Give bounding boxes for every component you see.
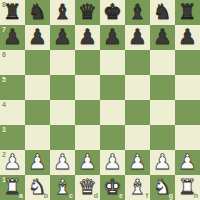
square-g2[interactable]: ♟ (150, 150, 175, 175)
square-a7[interactable]: 7♟ (0, 25, 25, 50)
square-h6[interactable] (175, 50, 200, 75)
square-d6[interactable] (75, 50, 100, 75)
square-a6[interactable]: 6 (0, 50, 25, 75)
square-a1[interactable]: 1a♜ (0, 175, 25, 200)
square-a5[interactable]: 5 (0, 75, 25, 100)
square-f6[interactable] (125, 50, 150, 75)
black-bishop[interactable]: ♝ (50, 0, 75, 25)
white-pawn[interactable]: ♟ (75, 150, 100, 175)
black-pawn[interactable]: ♟ (75, 25, 100, 50)
square-a2[interactable]: 2♟ (0, 150, 25, 175)
square-g5[interactable] (150, 75, 175, 100)
square-d2[interactable]: ♟ (75, 150, 100, 175)
black-pawn[interactable]: ♟ (0, 25, 25, 50)
square-e5[interactable] (100, 75, 125, 100)
white-knight[interactable]: ♞ (150, 175, 175, 200)
square-h3[interactable] (175, 125, 200, 150)
white-pawn[interactable]: ♟ (50, 150, 75, 175)
white-bishop[interactable]: ♝ (50, 175, 75, 200)
square-d1[interactable]: d♛ (75, 175, 100, 200)
square-b1[interactable]: b♞ (25, 175, 50, 200)
square-f4[interactable] (125, 100, 150, 125)
square-g1[interactable]: g♞ (150, 175, 175, 200)
black-pawn[interactable]: ♟ (50, 25, 75, 50)
white-bishop[interactable]: ♝ (125, 175, 150, 200)
white-pawn[interactable]: ♟ (150, 150, 175, 175)
square-b4[interactable] (25, 100, 50, 125)
white-pawn[interactable]: ♟ (25, 150, 50, 175)
rank-label-3: 3 (2, 126, 6, 133)
square-c1[interactable]: c♝ (50, 175, 75, 200)
square-a4[interactable]: 4 (0, 100, 25, 125)
square-c6[interactable] (50, 50, 75, 75)
square-f8[interactable]: ♝ (125, 0, 150, 25)
square-g7[interactable]: ♟ (150, 25, 175, 50)
square-f2[interactable]: ♟ (125, 150, 150, 175)
square-g8[interactable]: ♞ (150, 0, 175, 25)
square-e2[interactable]: ♟ (100, 150, 125, 175)
square-e8[interactable]: ♚ (100, 0, 125, 25)
black-knight[interactable]: ♞ (25, 0, 50, 25)
square-b8[interactable]: ♞ (25, 0, 50, 25)
square-c4[interactable] (50, 100, 75, 125)
black-queen[interactable]: ♛ (75, 0, 100, 25)
square-h8[interactable]: ♜ (175, 0, 200, 25)
white-pawn[interactable]: ♟ (125, 150, 150, 175)
white-queen[interactable]: ♛ (75, 175, 100, 200)
square-d3[interactable] (75, 125, 100, 150)
square-d8[interactable]: ♛ (75, 0, 100, 25)
square-a8[interactable]: 8♜ (0, 0, 25, 25)
black-pawn[interactable]: ♟ (25, 25, 50, 50)
white-rook[interactable]: ♜ (0, 175, 25, 200)
white-pawn[interactable]: ♟ (100, 150, 125, 175)
square-c7[interactable]: ♟ (50, 25, 75, 50)
square-e4[interactable] (100, 100, 125, 125)
white-king[interactable]: ♚ (100, 175, 125, 200)
chess-board: 8♜♞♝♛♚♝♞♜7♟♟♟♟♟♟♟♟65432♟♟♟♟♟♟♟♟1a♜b♞c♝d♛… (0, 0, 200, 200)
square-c3[interactable] (50, 125, 75, 150)
square-h2[interactable]: ♟ (175, 150, 200, 175)
square-b7[interactable]: ♟ (25, 25, 50, 50)
black-knight[interactable]: ♞ (150, 0, 175, 25)
square-b2[interactable]: ♟ (25, 150, 50, 175)
square-e7[interactable]: ♟ (100, 25, 125, 50)
square-d4[interactable] (75, 100, 100, 125)
black-rook[interactable]: ♜ (175, 0, 200, 25)
black-pawn[interactable]: ♟ (175, 25, 200, 50)
square-c2[interactable]: ♟ (50, 150, 75, 175)
square-d5[interactable] (75, 75, 100, 100)
square-b6[interactable] (25, 50, 50, 75)
square-f1[interactable]: f♝ (125, 175, 150, 200)
square-g6[interactable] (150, 50, 175, 75)
white-pawn[interactable]: ♟ (0, 150, 25, 175)
black-king[interactable]: ♚ (100, 0, 125, 25)
white-knight[interactable]: ♞ (25, 175, 50, 200)
square-b3[interactable] (25, 125, 50, 150)
rank-label-6: 6 (2, 51, 6, 58)
square-a3[interactable]: 3 (0, 125, 25, 150)
square-f5[interactable] (125, 75, 150, 100)
square-h1[interactable]: h♜ (175, 175, 200, 200)
square-g3[interactable] (150, 125, 175, 150)
square-e1[interactable]: e♚ (100, 175, 125, 200)
square-c8[interactable]: ♝ (50, 0, 75, 25)
square-c5[interactable] (50, 75, 75, 100)
black-pawn[interactable]: ♟ (100, 25, 125, 50)
white-pawn[interactable]: ♟ (175, 150, 200, 175)
square-h7[interactable]: ♟ (175, 25, 200, 50)
square-b5[interactable] (25, 75, 50, 100)
black-pawn[interactable]: ♟ (125, 25, 150, 50)
square-f3[interactable] (125, 125, 150, 150)
square-f7[interactable]: ♟ (125, 25, 150, 50)
square-d7[interactable]: ♟ (75, 25, 100, 50)
black-pawn[interactable]: ♟ (150, 25, 175, 50)
black-bishop[interactable]: ♝ (125, 0, 150, 25)
square-e6[interactable] (100, 50, 125, 75)
rank-label-5: 5 (2, 76, 6, 83)
square-g4[interactable] (150, 100, 175, 125)
white-rook[interactable]: ♜ (175, 175, 200, 200)
square-e3[interactable] (100, 125, 125, 150)
square-h5[interactable] (175, 75, 200, 100)
square-h4[interactable] (175, 100, 200, 125)
black-rook[interactable]: ♜ (0, 0, 25, 25)
rank-label-4: 4 (2, 101, 6, 108)
